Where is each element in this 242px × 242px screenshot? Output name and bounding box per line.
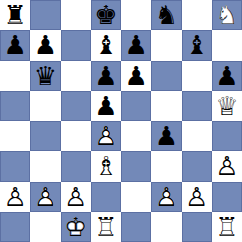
square-h2[interactable]	[212, 182, 242, 212]
square-b1[interactable]	[30, 212, 60, 242]
square-e1[interactable]	[121, 212, 151, 242]
black-pawn-glyph: ♟	[121, 61, 151, 91]
white-pawn-h3: ♟♙	[212, 151, 242, 181]
square-e3[interactable]	[121, 151, 151, 181]
black-king-glyph: ♚	[91, 0, 121, 30]
square-g8[interactable]	[182, 0, 212, 30]
square-h7[interactable]	[212, 30, 242, 60]
black-pawn-e7: ♟	[121, 30, 151, 60]
black-pawn-a7: ♟	[0, 30, 30, 60]
white-rook-outline-glyph: ♖	[212, 212, 242, 242]
black-pawn-d5: ♟	[91, 91, 121, 121]
square-f5[interactable]	[151, 91, 181, 121]
square-a7[interactable]: ♟	[0, 30, 30, 60]
black-bishop-d7: ♝	[91, 30, 121, 60]
white-pawn-outline-glyph: ♙	[182, 182, 212, 212]
square-d6[interactable]: ♟	[91, 61, 121, 91]
white-knight-outline-glyph: ♘	[212, 0, 242, 30]
black-pawn-glyph: ♟	[0, 30, 30, 60]
white-pawn-f2: ♟♙	[151, 182, 181, 212]
square-c8[interactable]	[61, 0, 91, 30]
square-d4[interactable]: ♟♙	[91, 121, 121, 151]
black-pawn-h6: ♟	[212, 61, 242, 91]
square-e6[interactable]: ♟	[121, 61, 151, 91]
white-pawn-outline-glyph: ♙	[30, 182, 60, 212]
square-f1[interactable]	[151, 212, 181, 242]
square-b2[interactable]: ♟♙	[30, 182, 60, 212]
square-c5[interactable]	[61, 91, 91, 121]
square-h8[interactable]: ♞♘	[212, 0, 242, 30]
square-e8[interactable]	[121, 0, 151, 30]
square-d1[interactable]: ♜♖	[91, 212, 121, 242]
square-c7[interactable]	[61, 30, 91, 60]
white-pawn-d4: ♟♙	[91, 121, 121, 151]
square-g2[interactable]: ♟♙	[182, 182, 212, 212]
square-c2[interactable]: ♟♙	[61, 182, 91, 212]
square-f3[interactable]	[151, 151, 181, 181]
white-pawn-outline-glyph: ♙	[91, 121, 121, 151]
square-a6[interactable]	[0, 61, 30, 91]
square-c6[interactable]	[61, 61, 91, 91]
white-bishop-outline-glyph: ♗	[91, 151, 121, 181]
black-pawn-glyph: ♟	[91, 91, 121, 121]
white-king-c1: ♚♔	[61, 212, 91, 242]
square-d3[interactable]: ♝♗	[91, 151, 121, 181]
square-b5[interactable]	[30, 91, 60, 121]
white-queen-outline-glyph: ♕	[212, 91, 242, 121]
black-bishop-glyph: ♝	[182, 30, 212, 60]
square-a5[interactable]	[0, 91, 30, 121]
square-b3[interactable]	[30, 151, 60, 181]
black-queen-glyph: ♛	[30, 61, 60, 91]
black-pawn-glyph: ♟	[151, 121, 181, 151]
white-pawn-b2: ♟♙	[30, 182, 60, 212]
white-rook-h1: ♜♖	[212, 212, 242, 242]
square-g4[interactable]	[182, 121, 212, 151]
white-pawn-c2: ♟♙	[61, 182, 91, 212]
square-e5[interactable]	[121, 91, 151, 121]
white-pawn-g2: ♟♙	[182, 182, 212, 212]
square-f6[interactable]	[151, 61, 181, 91]
square-h1[interactable]: ♜♖	[212, 212, 242, 242]
black-rook-a8: ♜	[0, 0, 30, 30]
square-b4[interactable]	[30, 121, 60, 151]
black-knight-glyph: ♞	[151, 0, 181, 30]
black-pawn-glyph: ♟	[30, 30, 60, 60]
black-bishop-g7: ♝	[182, 30, 212, 60]
square-e4[interactable]	[121, 121, 151, 151]
black-queen-b6: ♛	[30, 61, 60, 91]
square-g1[interactable]	[182, 212, 212, 242]
black-pawn-glyph: ♟	[212, 61, 242, 91]
square-a2[interactable]: ♟♙	[0, 182, 30, 212]
square-f8[interactable]: ♞	[151, 0, 181, 30]
square-g6[interactable]	[182, 61, 212, 91]
black-pawn-glyph: ♟	[121, 30, 151, 60]
black-pawn-d6: ♟	[91, 61, 121, 91]
black-knight-f8: ♞	[151, 0, 181, 30]
white-pawn-a2: ♟♙	[0, 182, 30, 212]
square-b8[interactable]	[30, 0, 60, 30]
square-f2[interactable]: ♟♙	[151, 182, 181, 212]
square-d8[interactable]: ♚	[91, 0, 121, 30]
white-queen-h5: ♛♕	[212, 91, 242, 121]
white-rook-d1: ♜♖	[91, 212, 121, 242]
white-pawn-outline-glyph: ♙	[212, 151, 242, 181]
square-a3[interactable]	[0, 151, 30, 181]
square-d7[interactable]: ♝	[91, 30, 121, 60]
square-e2[interactable]	[121, 182, 151, 212]
square-d5[interactable]: ♟	[91, 91, 121, 121]
square-g3[interactable]	[182, 151, 212, 181]
white-pawn-outline-glyph: ♙	[151, 182, 181, 212]
black-pawn-b7: ♟	[30, 30, 60, 60]
square-d2[interactable]	[91, 182, 121, 212]
square-b6[interactable]: ♛	[30, 61, 60, 91]
square-a4[interactable]	[0, 121, 30, 151]
white-bishop-d3: ♝♗	[91, 151, 121, 181]
white-pawn-outline-glyph: ♙	[61, 182, 91, 212]
white-knight-h8: ♞♘	[212, 0, 242, 30]
white-king-outline-glyph: ♔	[61, 212, 91, 242]
square-h3[interactable]: ♟♙	[212, 151, 242, 181]
black-pawn-e6: ♟	[121, 61, 151, 91]
white-pawn-outline-glyph: ♙	[0, 182, 30, 212]
square-h6[interactable]: ♟	[212, 61, 242, 91]
square-f7[interactable]	[151, 30, 181, 60]
square-g7[interactable]: ♝	[182, 30, 212, 60]
black-rook-glyph: ♜	[0, 0, 30, 30]
chess-board: ♜♚♞♞♘♟♟♝♟♝♛♟♟♟♟♛♕♟♙♟♝♗♟♙♟♙♟♙♟♙♟♙♟♙♚♔♜♖♜♖	[0, 0, 242, 242]
square-a8[interactable]: ♜	[0, 0, 30, 30]
white-rook-outline-glyph: ♖	[91, 212, 121, 242]
square-c3[interactable]	[61, 151, 91, 181]
black-pawn-glyph: ♟	[91, 61, 121, 91]
square-f4[interactable]: ♟	[151, 121, 181, 151]
black-pawn-f4: ♟	[151, 121, 181, 151]
square-h5[interactable]: ♛♕	[212, 91, 242, 121]
square-g5[interactable]	[182, 91, 212, 121]
square-c1[interactable]: ♚♔	[61, 212, 91, 242]
square-b7[interactable]: ♟	[30, 30, 60, 60]
black-king-d8: ♚	[91, 0, 121, 30]
black-bishop-glyph: ♝	[91, 30, 121, 60]
square-c4[interactable]	[61, 121, 91, 151]
square-a1[interactable]	[0, 212, 30, 242]
square-e7[interactable]: ♟	[121, 30, 151, 60]
square-h4[interactable]	[212, 121, 242, 151]
